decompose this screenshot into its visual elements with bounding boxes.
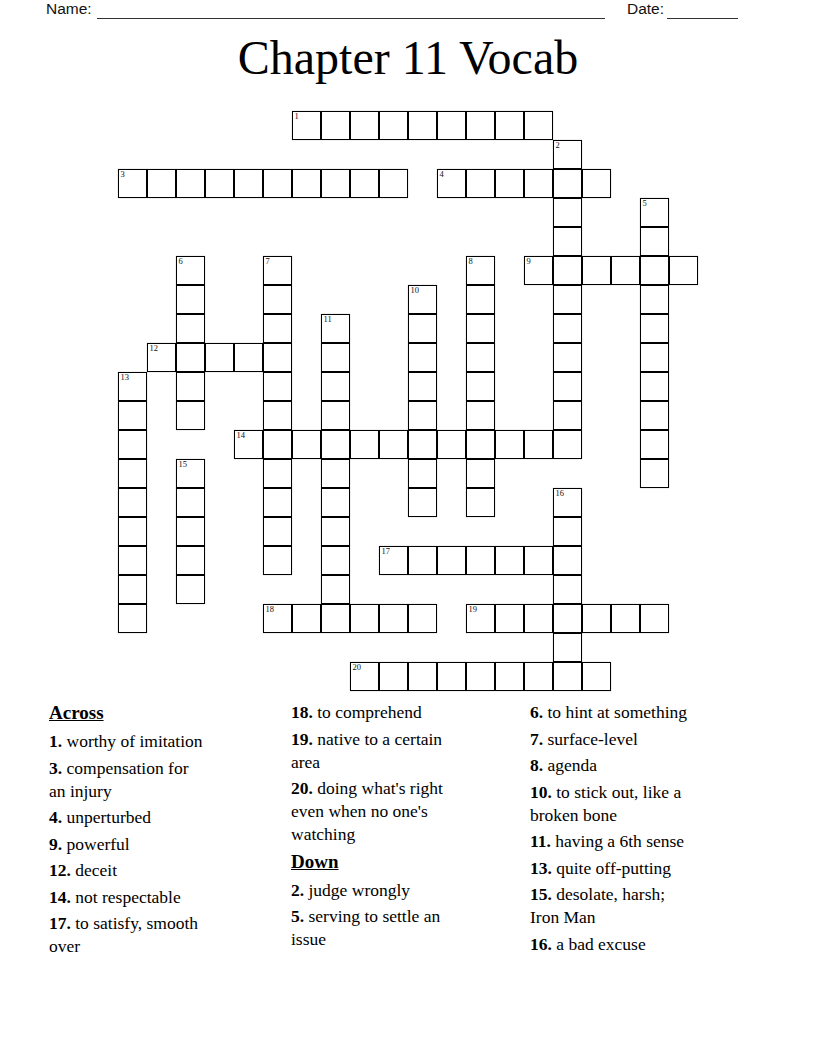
- cell-number-16: 16: [556, 489, 565, 498]
- cell-r6c18[interactable]: [640, 285, 669, 314]
- cell-r7c5[interactable]: [263, 314, 292, 343]
- cell-r5c15[interactable]: [553, 256, 582, 285]
- cell-number-6: 6: [179, 257, 183, 266]
- cell-r14c2[interactable]: [176, 517, 205, 546]
- cell-r8c5[interactable]: [263, 343, 292, 372]
- cell-r13c5[interactable]: [263, 488, 292, 517]
- cell-r16c2[interactable]: [176, 575, 205, 604]
- cell-r6c12[interactable]: [466, 285, 495, 314]
- cell-r11c15[interactable]: [553, 430, 582, 459]
- cell-r6c10[interactable]: 10: [408, 285, 437, 314]
- cell-r2c6[interactable]: [292, 169, 321, 198]
- cell-number-8: 8: [469, 257, 473, 266]
- cell-r18c15[interactable]: [553, 633, 582, 662]
- cell-r15c2[interactable]: [176, 546, 205, 575]
- cell-r10c12[interactable]: [466, 401, 495, 430]
- cell-r4c18[interactable]: [640, 227, 669, 256]
- cell-r11c10[interactable]: [408, 430, 437, 459]
- cell-r0c6[interactable]: 1: [292, 111, 321, 140]
- cell-r9c18[interactable]: [640, 372, 669, 401]
- cell-number-12: 12: [150, 344, 159, 353]
- cell-r19c12[interactable]: [466, 662, 495, 691]
- cell-r19c14[interactable]: [524, 662, 553, 691]
- clue-number: 17.: [49, 913, 71, 933]
- cell-r12c7[interactable]: [321, 459, 350, 488]
- cell-r17c9[interactable]: [379, 604, 408, 633]
- cell-r11c6[interactable]: [292, 430, 321, 459]
- cell-number-19: 19: [469, 605, 478, 614]
- clue-across-17: 17. to satisfy, smooth over: [49, 912, 255, 958]
- cell-r17c18[interactable]: [640, 604, 669, 633]
- cell-r9c2[interactable]: [176, 372, 205, 401]
- cell-r9c0[interactable]: 13: [118, 372, 147, 401]
- clue-across-1: 1. worthy of imitation: [49, 730, 255, 753]
- cell-number-4: 4: [440, 170, 444, 179]
- cell-r5c14[interactable]: 9: [524, 256, 553, 285]
- cell-r11c7[interactable]: [321, 430, 350, 459]
- cell-r10c7[interactable]: [321, 401, 350, 430]
- cell-r15c5[interactable]: [263, 546, 292, 575]
- cell-r2c8[interactable]: [350, 169, 379, 198]
- clues-column-across: Across1. worthy of imitation3. compensat…: [49, 701, 255, 962]
- cell-r6c15[interactable]: [553, 285, 582, 314]
- cell-r12c5[interactable]: [263, 459, 292, 488]
- cell-r2c4[interactable]: [234, 169, 263, 198]
- cell-r8c18[interactable]: [640, 343, 669, 372]
- clue-text: having a 6th sense: [551, 831, 684, 851]
- cell-r3c18[interactable]: 5: [640, 198, 669, 227]
- clue-number: 18.: [291, 702, 313, 722]
- clue-number: 16.: [530, 934, 552, 954]
- cell-r11c13[interactable]: [495, 430, 524, 459]
- cell-r9c12[interactable]: [466, 372, 495, 401]
- cell-r15c10[interactable]: [408, 546, 437, 575]
- cell-r19c9[interactable]: [379, 662, 408, 691]
- cell-r7c12[interactable]: [466, 314, 495, 343]
- clue-down-15: 15. desolate, harsh; Iron Man: [530, 883, 745, 929]
- cell-r0c10[interactable]: [408, 111, 437, 140]
- clue-text: powerful: [62, 834, 130, 854]
- cell-r2c2[interactable]: [176, 169, 205, 198]
- cell-r2c3[interactable]: [205, 169, 234, 198]
- cell-number-18: 18: [266, 605, 275, 614]
- cell-r2c16[interactable]: [582, 169, 611, 198]
- cell-number-10: 10: [411, 286, 420, 295]
- cell-r11c12[interactable]: [466, 430, 495, 459]
- cell-r11c11[interactable]: [437, 430, 466, 459]
- clues-column-down: 6. to hint at something7. surface-level8…: [530, 701, 745, 959]
- clue-number: 7.: [530, 729, 543, 749]
- cell-r16c0[interactable]: [118, 575, 147, 604]
- clue-number: 14.: [49, 887, 71, 907]
- cell-r8c10[interactable]: [408, 343, 437, 372]
- cell-r8c12[interactable]: [466, 343, 495, 372]
- cell-r15c11[interactable]: [437, 546, 466, 575]
- cell-r12c2[interactable]: 15: [176, 459, 205, 488]
- cell-r9c5[interactable]: [263, 372, 292, 401]
- cell-r13c0[interactable]: [118, 488, 147, 517]
- cell-r17c6[interactable]: [292, 604, 321, 633]
- cell-number-13: 13: [121, 373, 130, 382]
- cell-number-15: 15: [179, 460, 188, 469]
- clue-down-2: 2. judge wrongly: [291, 879, 504, 902]
- name-input-line[interactable]: [97, 16, 605, 19]
- cell-r15c9[interactable]: 17: [379, 546, 408, 575]
- clue-down-6: 6. to hint at something: [530, 701, 745, 724]
- clue-text: serving to settle an issue: [291, 906, 440, 949]
- cell-r19c10[interactable]: [408, 662, 437, 691]
- cell-r15c15[interactable]: [553, 546, 582, 575]
- cell-r0c14[interactable]: [524, 111, 553, 140]
- cell-r5c2[interactable]: 6: [176, 256, 205, 285]
- cell-r19c11[interactable]: [437, 662, 466, 691]
- clue-text: unperturbed: [62, 807, 151, 827]
- cell-r19c13[interactable]: [495, 662, 524, 691]
- cell-r6c2[interactable]: [176, 285, 205, 314]
- cell-r1c15[interactable]: 2: [553, 140, 582, 169]
- cell-r17c7[interactable]: [321, 604, 350, 633]
- clue-down-11: 11. having a 6th sense: [530, 830, 745, 853]
- clue-across-4: 4. unperturbed: [49, 806, 255, 829]
- clue-number: 11.: [530, 831, 551, 851]
- cell-number-7: 7: [266, 257, 270, 266]
- cell-r12c12[interactable]: [466, 459, 495, 488]
- clue-across-19: 19. native to a certain area: [291, 728, 504, 774]
- cell-r15c0[interactable]: [118, 546, 147, 575]
- cell-r8c15[interactable]: [553, 343, 582, 372]
- cell-r17c15[interactable]: [553, 604, 582, 633]
- cell-number-17: 17: [382, 547, 391, 556]
- clue-text: to satisfy, smooth over: [49, 913, 198, 956]
- clue-text: to stick out, like a broken bone: [530, 782, 681, 825]
- clue-text: not respectable: [71, 887, 181, 907]
- cell-r0c8[interactable]: [350, 111, 379, 140]
- cell-r17c16[interactable]: [582, 604, 611, 633]
- cell-r17c0[interactable]: [118, 604, 147, 633]
- cell-r5c19[interactable]: [669, 256, 698, 285]
- clue-number: 8.: [530, 755, 543, 775]
- cell-r12c0[interactable]: [118, 459, 147, 488]
- clue-number: 4.: [49, 807, 62, 827]
- cell-r2c1[interactable]: [147, 169, 176, 198]
- cell-r2c5[interactable]: [263, 169, 292, 198]
- cell-r11c18[interactable]: [640, 430, 669, 459]
- cell-r17c12[interactable]: 19: [466, 604, 495, 633]
- cell-r12c18[interactable]: [640, 459, 669, 488]
- cell-r2c14[interactable]: [524, 169, 553, 198]
- cell-r17c14[interactable]: [524, 604, 553, 633]
- clue-text: compensation for an injury: [49, 758, 188, 801]
- clue-text: quite off-putting: [552, 858, 671, 878]
- cell-r14c7[interactable]: [321, 517, 350, 546]
- cell-r19c15[interactable]: [553, 662, 582, 691]
- cell-r5c5[interactable]: 7: [263, 256, 292, 285]
- cell-r8c2[interactable]: [176, 343, 205, 372]
- cell-r12c10[interactable]: [408, 459, 437, 488]
- clue-number: 9.: [49, 834, 62, 854]
- down-heading: Down: [291, 850, 504, 873]
- clue-text: worthy of imitation: [62, 731, 202, 751]
- cell-r5c16[interactable]: [582, 256, 611, 285]
- clue-text: a bad excuse: [552, 934, 646, 954]
- clue-number: 15.: [530, 884, 552, 904]
- clue-across-12: 12. deceit: [49, 859, 255, 882]
- clue-number: 1.: [49, 731, 62, 751]
- clue-down-10: 10. to stick out, like a broken bone: [530, 781, 745, 827]
- cell-r14c15[interactable]: [553, 517, 582, 546]
- clue-text: to comprehend: [313, 702, 422, 722]
- cell-r15c13[interactable]: [495, 546, 524, 575]
- cell-r15c7[interactable]: [321, 546, 350, 575]
- cell-r13c15[interactable]: 16: [553, 488, 582, 517]
- cell-r10c10[interactable]: [408, 401, 437, 430]
- cell-r17c17[interactable]: [611, 604, 640, 633]
- cell-r17c10[interactable]: [408, 604, 437, 633]
- clue-text: native to a certain area: [291, 729, 442, 772]
- cell-r17c5[interactable]: 18: [263, 604, 292, 633]
- cell-r11c0[interactable]: [118, 430, 147, 459]
- cell-r19c16[interactable]: [582, 662, 611, 691]
- cell-r8c1[interactable]: 12: [147, 343, 176, 372]
- cell-r5c18[interactable]: [640, 256, 669, 285]
- cell-r9c10[interactable]: [408, 372, 437, 401]
- clue-across-18: 18. to comprehend: [291, 701, 504, 724]
- cell-r13c10[interactable]: [408, 488, 437, 517]
- clue-number: 19.: [291, 729, 313, 749]
- across-heading: Across: [49, 701, 255, 724]
- cell-r16c7[interactable]: [321, 575, 350, 604]
- cell-r11c9[interactable]: [379, 430, 408, 459]
- cell-r4c15[interactable]: [553, 227, 582, 256]
- name-label: Name:: [46, 0, 92, 18]
- clue-text: deceit: [71, 860, 117, 880]
- cell-r8c3[interactable]: [205, 343, 234, 372]
- cell-number-20: 20: [353, 663, 362, 672]
- cell-r2c0[interactable]: 3: [118, 169, 147, 198]
- cell-r9c7[interactable]: [321, 372, 350, 401]
- cell-r19c8[interactable]: 20: [350, 662, 379, 691]
- cell-r8c7[interactable]: [321, 343, 350, 372]
- cell-r10c2[interactable]: [176, 401, 205, 430]
- cell-r2c13[interactable]: [495, 169, 524, 198]
- cell-r14c5[interactable]: [263, 517, 292, 546]
- clue-down-5: 5. serving to settle an issue: [291, 905, 504, 951]
- cell-r10c5[interactable]: [263, 401, 292, 430]
- cell-r14c0[interactable]: [118, 517, 147, 546]
- cell-r15c14[interactable]: [524, 546, 553, 575]
- cell-r10c18[interactable]: [640, 401, 669, 430]
- cell-r10c0[interactable]: [118, 401, 147, 430]
- clue-text: doing what's right even when no one's wa…: [291, 778, 443, 844]
- cell-r0c11[interactable]: [437, 111, 466, 140]
- clue-text: surface-level: [543, 729, 638, 749]
- clue-down-16: 16. a bad excuse: [530, 933, 745, 956]
- cell-r0c13[interactable]: [495, 111, 524, 140]
- date-label: Date:: [627, 0, 664, 18]
- cell-number-14: 14: [237, 431, 246, 440]
- cell-r0c7[interactable]: [321, 111, 350, 140]
- date-input-line[interactable]: [667, 16, 738, 19]
- cell-number-1: 1: [295, 112, 299, 121]
- cell-r7c2[interactable]: [176, 314, 205, 343]
- cell-r13c7[interactable]: [321, 488, 350, 517]
- cell-r2c9[interactable]: [379, 169, 408, 198]
- clue-down-13: 13. quite off-putting: [530, 857, 745, 880]
- cell-r9c15[interactable]: [553, 372, 582, 401]
- cell-r10c15[interactable]: [553, 401, 582, 430]
- clues-column-middle: 18. to comprehend19. native to a certain…: [291, 701, 504, 955]
- cell-number-9: 9: [527, 257, 531, 266]
- cell-number-5: 5: [643, 199, 647, 208]
- clue-across-20: 20. doing what's right even when no one'…: [291, 777, 504, 846]
- clue-across-9: 9. powerful: [49, 833, 255, 856]
- clue-text: agenda: [543, 755, 597, 775]
- clue-number: 6.: [530, 702, 543, 722]
- cell-r15c12[interactable]: [466, 546, 495, 575]
- cell-r2c12[interactable]: [466, 169, 495, 198]
- clue-text: judge wrongly: [304, 880, 410, 900]
- clue-number: 12.: [49, 860, 71, 880]
- cell-r5c12[interactable]: 8: [466, 256, 495, 285]
- cell-r2c7[interactable]: [321, 169, 350, 198]
- cell-number-11: 11: [324, 315, 332, 324]
- cell-r13c2[interactable]: [176, 488, 205, 517]
- cell-r16c15[interactable]: [553, 575, 582, 604]
- clue-number: 13.: [530, 858, 552, 878]
- clue-down-8: 8. agenda: [530, 754, 745, 777]
- clue-number: 2.: [291, 880, 304, 900]
- cell-r8c4[interactable]: [234, 343, 263, 372]
- cell-r17c13[interactable]: [495, 604, 524, 633]
- clue-number: 10.: [530, 782, 552, 802]
- cell-r6c5[interactable]: [263, 285, 292, 314]
- clue-number: 3.: [49, 758, 62, 778]
- clue-across-3: 3. compensation for an injury: [49, 757, 255, 803]
- cell-r2c11[interactable]: 4: [437, 169, 466, 198]
- clue-text: to hint at something: [543, 702, 687, 722]
- cell-r17c8[interactable]: [350, 604, 379, 633]
- clue-down-7: 7. surface-level: [530, 728, 745, 751]
- page-title: Chapter 11 Vocab: [0, 33, 816, 83]
- cell-r7c15[interactable]: [553, 314, 582, 343]
- cell-r11c4[interactable]: 14: [234, 430, 263, 459]
- cell-r3c15[interactable]: [553, 198, 582, 227]
- cell-r7c18[interactable]: [640, 314, 669, 343]
- cell-r0c12[interactable]: [466, 111, 495, 140]
- cell-r11c5[interactable]: [263, 430, 292, 459]
- cell-r7c7[interactable]: 11: [321, 314, 350, 343]
- cell-r0c9[interactable]: [379, 111, 408, 140]
- crossword-grid: 1234567891011121314151617181920: [118, 111, 698, 691]
- cell-r5c17[interactable]: [611, 256, 640, 285]
- cell-r2c15[interactable]: [553, 169, 582, 198]
- cell-r7c10[interactable]: [408, 314, 437, 343]
- clue-across-14: 14. not respectable: [49, 886, 255, 909]
- cell-r11c8[interactable]: [350, 430, 379, 459]
- cell-r13c12[interactable]: [466, 488, 495, 517]
- clue-number: 5.: [291, 906, 304, 926]
- cell-r11c14[interactable]: [524, 430, 553, 459]
- cell-number-3: 3: [121, 170, 125, 179]
- cell-number-2: 2: [556, 141, 560, 150]
- clue-number: 20.: [291, 778, 313, 798]
- worksheet-page: Name: Date: Chapter 11 Vocab 12345678910…: [0, 0, 816, 1056]
